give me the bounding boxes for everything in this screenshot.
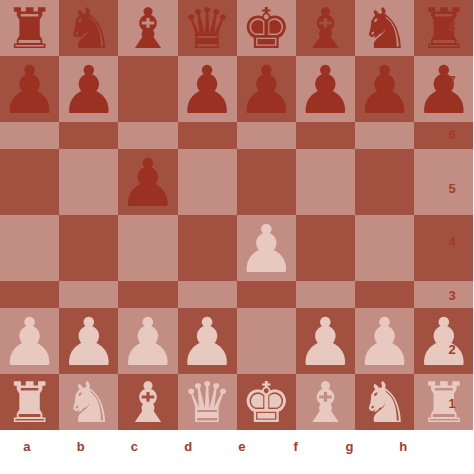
square-c8[interactable]: ♝ [118,0,177,56]
square-b1[interactable]: ♞ [59,374,118,430]
file-label-f: f [269,432,323,460]
square-f5[interactable] [296,149,355,215]
square-f1[interactable]: ♝ [296,374,355,430]
piece-white-pawn: ♟ [59,310,118,376]
square-c2[interactable]: ♟ [118,308,177,374]
square-g7[interactable]: ♟ [355,56,414,122]
chess-diagram: ♜♞♝♛♚♝♞♜♟♟♟♟♟♟♟♟♟♟♟♟♟♟♟♟♜♞♝♛♚♝♞♜ abcdefg… [0,0,474,474]
piece-black-knight: ♞ [360,1,410,57]
piece-white-bishop: ♝ [123,375,173,431]
square-a1[interactable]: ♜ [0,374,59,430]
piece-white-pawn: ♟ [296,310,355,376]
rank-label-4: 4 [432,215,472,269]
square-d7[interactable]: ♟ [178,56,237,122]
square-f2[interactable]: ♟ [296,308,355,374]
piece-black-king: ♚ [241,1,291,57]
rank-label-2: 2 [432,323,472,377]
file-label-e: e [215,432,269,460]
square-b8[interactable]: ♞ [59,0,118,56]
square-a8[interactable]: ♜ [0,0,59,56]
square-e2[interactable] [237,308,296,374]
piece-white-rook: ♜ [4,375,54,431]
square-g4[interactable] [355,215,414,281]
piece-white-pawn: ♟ [355,310,414,376]
file-label-c: c [108,432,162,460]
piece-black-pawn: ♟ [118,151,177,217]
square-e7[interactable]: ♟ [237,56,296,122]
rank-label-7: 7 [432,54,472,108]
square-e1[interactable]: ♚ [237,374,296,430]
rank-label-1: 1 [432,376,472,430]
piece-black-rook: ♜ [4,1,54,57]
rank-label-3: 3 [432,269,472,323]
square-a7[interactable]: ♟ [0,56,59,122]
square-f7[interactable]: ♟ [296,56,355,122]
square-c4[interactable] [118,215,177,281]
square-c1[interactable]: ♝ [118,374,177,430]
square-b7[interactable]: ♟ [59,56,118,122]
square-d1[interactable]: ♛ [178,374,237,430]
file-label-h: h [376,432,430,460]
piece-black-pawn: ♟ [296,58,355,124]
square-a4[interactable] [0,215,59,281]
piece-white-knight: ♞ [64,375,114,431]
piece-black-queen: ♛ [182,1,232,57]
square-c5[interactable]: ♟ [118,149,177,215]
square-f8[interactable]: ♝ [296,0,355,56]
square-d5[interactable] [178,149,237,215]
square-e5[interactable] [237,149,296,215]
square-e8[interactable]: ♚ [237,0,296,56]
square-d2[interactable]: ♟ [178,308,237,374]
piece-white-knight: ♞ [360,375,410,431]
piece-black-pawn: ♟ [0,58,59,124]
square-g5[interactable] [355,149,414,215]
piece-white-pawn: ♟ [0,310,59,376]
square-b5[interactable] [59,149,118,215]
square-g2[interactable]: ♟ [355,308,414,374]
square-g1[interactable]: ♞ [355,374,414,430]
square-g8[interactable]: ♞ [355,0,414,56]
piece-black-pawn: ♟ [355,58,414,124]
piece-white-bishop: ♝ [300,375,350,431]
piece-white-pawn: ♟ [118,310,177,376]
rank-label-8: 8 [432,0,472,54]
square-a2[interactable]: ♟ [0,308,59,374]
piece-black-bishop: ♝ [300,1,350,57]
piece-white-king: ♚ [241,375,291,431]
chess-board: ♜♞♝♛♚♝♞♜♟♟♟♟♟♟♟♟♟♟♟♟♟♟♟♟♜♞♝♛♚♝♞♜ [0,0,430,430]
file-label-d: d [161,432,215,460]
rank-label-6: 6 [432,108,472,162]
square-e4[interactable]: ♟ [237,215,296,281]
piece-white-queen: ♛ [182,375,232,431]
piece-black-pawn: ♟ [59,58,118,124]
square-d8[interactable]: ♛ [178,0,237,56]
piece-white-pawn: ♟ [237,217,296,283]
square-d4[interactable] [178,215,237,281]
square-b2[interactable]: ♟ [59,308,118,374]
piece-white-pawn: ♟ [178,310,237,376]
file-labels: abcdefgh [0,432,430,460]
piece-black-bishop: ♝ [123,1,173,57]
file-label-a: a [0,432,54,460]
square-f4[interactable] [296,215,355,281]
piece-black-knight: ♞ [64,1,114,57]
file-label-b: b [54,432,108,460]
piece-black-pawn: ♟ [237,58,296,124]
square-a5[interactable] [0,149,59,215]
rank-label-5: 5 [432,161,472,215]
square-b4[interactable] [59,215,118,281]
piece-black-pawn: ♟ [178,58,237,124]
rank-labels: 87654321 [432,0,472,430]
file-label-g: g [323,432,377,460]
square-c7[interactable] [118,56,177,122]
